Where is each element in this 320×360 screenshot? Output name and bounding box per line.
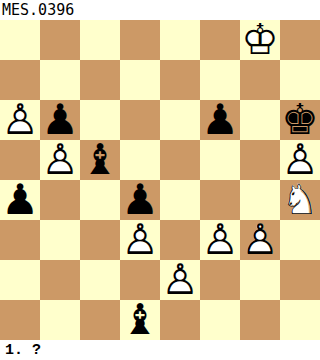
square-g7	[240, 60, 280, 100]
black-pawn-icon: ♟	[0, 180, 40, 220]
square-e2: ♟♙	[160, 260, 200, 300]
square-h4: ♞♘	[280, 180, 320, 220]
square-h7	[280, 60, 320, 100]
square-e7	[160, 60, 200, 100]
white-knight-icon: ♘	[280, 180, 320, 220]
black-pawn-icon: ♟	[40, 100, 80, 140]
square-e3	[160, 220, 200, 260]
black-king-icon: ♚	[280, 100, 320, 140]
square-d3: ♟♙	[120, 220, 160, 260]
square-h2	[280, 260, 320, 300]
black-pawn-icon: ♟	[120, 180, 160, 220]
square-a7	[0, 60, 40, 100]
white-pawn-icon: ♙	[120, 220, 160, 260]
white-pawn-icon: ♙	[160, 260, 200, 300]
square-f2	[200, 260, 240, 300]
black-bishop-icon: ♝	[120, 300, 160, 340]
move-prompt: 1. ?	[0, 340, 320, 360]
square-h8	[280, 20, 320, 60]
square-e1	[160, 300, 200, 340]
square-e5	[160, 140, 200, 180]
square-b7	[40, 60, 80, 100]
square-f6: ♟	[200, 100, 240, 140]
square-a3	[0, 220, 40, 260]
square-c6	[80, 100, 120, 140]
square-h5: ♟♙	[280, 140, 320, 180]
square-c3	[80, 220, 120, 260]
square-d4: ♟	[120, 180, 160, 220]
square-c7	[80, 60, 120, 100]
square-g6	[240, 100, 280, 140]
chess-board: ♚♔♟♙♟♟♚♟♙♝♟♙♟♟♞♘♟♙♟♙♟♙♟♙♝	[0, 20, 320, 340]
square-a5	[0, 140, 40, 180]
square-b4	[40, 180, 80, 220]
square-a8	[0, 20, 40, 60]
square-f5	[200, 140, 240, 180]
white-pawn-icon: ♙	[0, 100, 40, 140]
square-f4	[200, 180, 240, 220]
square-c2	[80, 260, 120, 300]
square-h3	[280, 220, 320, 260]
white-pawn-icon: ♙	[40, 140, 80, 180]
square-g4	[240, 180, 280, 220]
square-f7	[200, 60, 240, 100]
square-a4: ♟	[0, 180, 40, 220]
square-a2	[0, 260, 40, 300]
square-h6: ♚	[280, 100, 320, 140]
black-bishop-icon: ♝	[80, 140, 120, 180]
square-f3: ♟♙	[200, 220, 240, 260]
square-c4	[80, 180, 120, 220]
square-b2	[40, 260, 80, 300]
square-d1: ♝	[120, 300, 160, 340]
square-g2	[240, 260, 280, 300]
white-pawn-icon: ♙	[280, 140, 320, 180]
square-d5	[120, 140, 160, 180]
square-e6	[160, 100, 200, 140]
square-b1	[40, 300, 80, 340]
square-d6	[120, 100, 160, 140]
square-g5	[240, 140, 280, 180]
square-e4	[160, 180, 200, 220]
square-h1	[280, 300, 320, 340]
square-g3: ♟♙	[240, 220, 280, 260]
white-pawn-icon: ♙	[240, 220, 280, 260]
square-b3	[40, 220, 80, 260]
square-c8	[80, 20, 120, 60]
square-d8	[120, 20, 160, 60]
square-c1	[80, 300, 120, 340]
square-e8	[160, 20, 200, 60]
square-f1	[200, 300, 240, 340]
black-pawn-icon: ♟	[200, 100, 240, 140]
square-d2	[120, 260, 160, 300]
square-f8	[200, 20, 240, 60]
square-c5: ♝	[80, 140, 120, 180]
white-king-icon: ♔	[240, 20, 280, 60]
square-a1	[0, 300, 40, 340]
square-b6: ♟	[40, 100, 80, 140]
square-a6: ♟♙	[0, 100, 40, 140]
square-g8: ♚♔	[240, 20, 280, 60]
square-b8	[40, 20, 80, 60]
square-b5: ♟♙	[40, 140, 80, 180]
square-g1	[240, 300, 280, 340]
square-d7	[120, 60, 160, 100]
white-pawn-icon: ♙	[200, 220, 240, 260]
